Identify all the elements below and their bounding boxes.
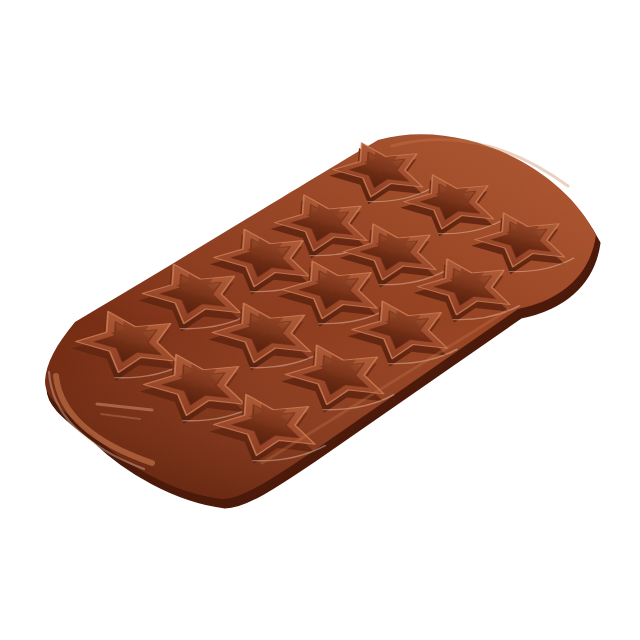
product-photo <box>0 0 640 640</box>
mold-photo-canvas <box>0 0 640 640</box>
